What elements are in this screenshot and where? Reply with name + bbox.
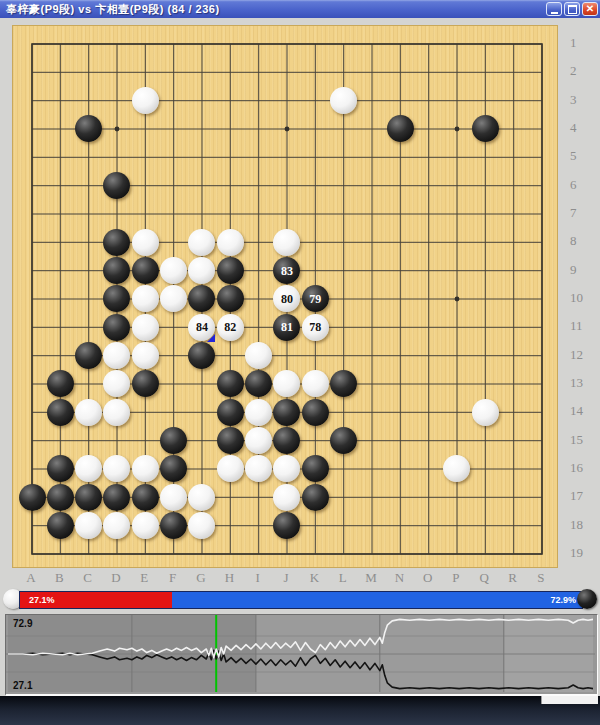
column-label: D <box>111 570 120 586</box>
last-move-marker <box>207 334 215 342</box>
graph-top-label: 72.9 <box>13 618 32 629</box>
black-stone <box>75 484 102 511</box>
column-label: J <box>283 570 288 586</box>
bottom-strip <box>0 696 600 725</box>
close-icon: ✕ <box>586 4 594 14</box>
white-stone: 78 <box>302 314 329 341</box>
row-label: 4 <box>570 120 577 136</box>
column-label: G <box>196 570 205 586</box>
row-label: 1 <box>570 35 577 51</box>
white-stone <box>217 229 244 256</box>
move-number: 79 <box>309 293 321 305</box>
app-window: 辜梓豪(P9段) vs 卞相壹(P9段) (84 / 236) ✕ 838079… <box>0 0 600 725</box>
maximize-icon <box>568 5 577 14</box>
column-label: F <box>169 570 176 586</box>
black-stone-icon <box>577 589 597 609</box>
move-number: 82 <box>224 321 236 333</box>
row-label: 13 <box>570 375 583 391</box>
white-winrate-fill: 27.1% <box>20 592 172 608</box>
white-stone <box>75 399 102 426</box>
black-stone <box>132 484 159 511</box>
white-stone: 82 <box>217 314 244 341</box>
move-number: 80 <box>281 293 293 305</box>
column-label: I <box>255 570 259 586</box>
close-button[interactable]: ✕ <box>582 2 598 16</box>
white-stone <box>132 87 159 114</box>
column-label: L <box>339 570 347 586</box>
black-stone <box>47 484 74 511</box>
column-label: C <box>83 570 92 586</box>
row-label: 3 <box>570 92 577 108</box>
black-stone <box>302 399 329 426</box>
white-stone <box>160 484 187 511</box>
row-label: 7 <box>570 205 577 221</box>
black-stone <box>132 257 159 284</box>
move-number: 84 <box>196 321 208 333</box>
row-label: 14 <box>570 403 583 419</box>
white-stone <box>132 314 159 341</box>
graph-bottom-label: 27.1 <box>13 680 32 691</box>
column-label: Q <box>480 570 489 586</box>
white-stone <box>132 342 159 369</box>
move-number: 83 <box>281 265 293 277</box>
column-label: A <box>26 570 35 586</box>
row-label: 12 <box>570 347 583 363</box>
white-winrate-label: 27.1% <box>29 595 55 605</box>
row-label: 11 <box>570 318 583 334</box>
winrate-bar: 27.1% 72.9% <box>0 588 600 612</box>
black-stone <box>217 399 244 426</box>
row-label: 10 <box>570 290 583 306</box>
row-label: 16 <box>570 460 583 476</box>
column-label: H <box>225 570 234 586</box>
go-board[interactable]: 83807984828178 <box>12 25 558 568</box>
title-bar[interactable]: 辜梓豪(P9段) vs 卞相壹(P9段) (84 / 236) ✕ <box>0 0 600 18</box>
move-number: 81 <box>281 321 293 333</box>
row-labels: 12345678910111213141516171819 <box>560 25 600 568</box>
black-winrate-label: 72.9% <box>550 595 576 605</box>
black-stone <box>217 427 244 454</box>
column-label: M <box>365 570 377 586</box>
column-label: B <box>55 570 64 586</box>
maximize-button[interactable] <box>564 2 580 16</box>
corner-box <box>541 696 598 704</box>
winrate-graph-panel[interactable]: 72.9 27.1 <box>5 614 598 696</box>
row-label: 5 <box>570 148 577 164</box>
white-stone <box>132 512 159 539</box>
column-label: R <box>508 570 517 586</box>
row-label: 9 <box>570 262 577 278</box>
column-label: N <box>395 570 404 586</box>
column-labels: ABCDEFGHIJKLMNOPQRS <box>12 569 558 587</box>
black-stone <box>302 484 329 511</box>
black-stone <box>47 512 74 539</box>
move-number: 78 <box>309 321 321 333</box>
column-label: S <box>537 570 544 586</box>
minimize-button[interactable] <box>546 2 562 16</box>
row-label: 8 <box>570 233 577 249</box>
row-label: 18 <box>570 517 583 533</box>
row-label: 2 <box>570 63 577 79</box>
white-stone <box>472 399 499 426</box>
winrate-track: 27.1% 72.9% <box>19 591 583 609</box>
column-label: O <box>423 570 432 586</box>
black-stone <box>19 484 46 511</box>
row-label: 15 <box>570 432 583 448</box>
column-label: K <box>310 570 319 586</box>
column-label: E <box>140 570 148 586</box>
black-stone <box>47 399 74 426</box>
row-label: 6 <box>570 177 577 193</box>
window-controls: ✕ <box>546 2 598 16</box>
row-label: 19 <box>570 545 583 561</box>
minimize-icon <box>551 12 558 14</box>
row-label: 17 <box>570 488 583 504</box>
column-label: P <box>452 570 459 586</box>
white-stone <box>245 399 272 426</box>
winrate-graph <box>6 615 595 692</box>
white-stone <box>132 229 159 256</box>
black-stone <box>217 257 244 284</box>
window-title: 辜梓豪(P9段) vs 卞相壹(P9段) (84 / 236) <box>6 2 220 17</box>
